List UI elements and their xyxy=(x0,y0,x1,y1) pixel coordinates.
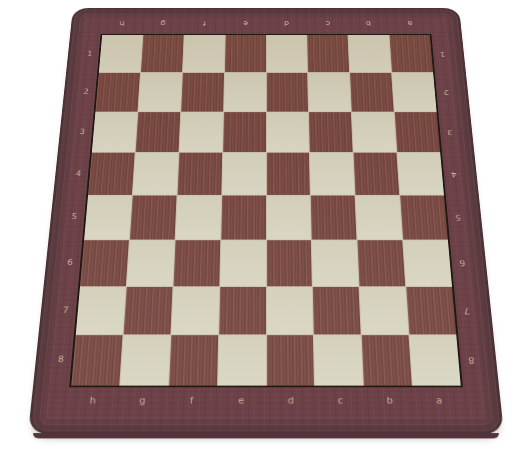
rank-label-right-6: 6 xyxy=(452,240,489,286)
square-d3[interactable] xyxy=(266,112,309,152)
square-g3[interactable] xyxy=(135,112,180,152)
rank-label-right-2: 2 xyxy=(436,73,470,112)
file-label-bottom-g: g xyxy=(117,394,167,408)
square-d8[interactable] xyxy=(266,335,314,385)
square-c2[interactable] xyxy=(308,73,351,112)
square-f7[interactable] xyxy=(171,287,219,335)
square-d7[interactable] xyxy=(266,287,313,335)
square-f4[interactable] xyxy=(177,153,222,195)
square-f6[interactable] xyxy=(173,240,220,286)
rank-label-right-7: 7 xyxy=(456,286,494,335)
square-e6[interactable] xyxy=(220,240,266,286)
rank-label-right-1: 1 xyxy=(433,35,466,73)
rank-label-left-2: 2 xyxy=(62,73,96,112)
square-d2[interactable] xyxy=(266,73,308,112)
rank-label-left-7: 7 xyxy=(38,286,76,335)
rank-label-left-8: 8 xyxy=(33,335,72,386)
rank-label-right-8: 8 xyxy=(460,335,499,386)
square-b4[interactable] xyxy=(354,153,400,195)
square-d6[interactable] xyxy=(266,240,312,286)
square-h5[interactable] xyxy=(84,196,132,240)
square-h3[interactable] xyxy=(92,112,137,152)
file-labels-near-side: hgfedcba xyxy=(67,394,464,408)
square-f8[interactable] xyxy=(169,335,218,385)
square-h8[interactable] xyxy=(71,335,122,385)
file-label-top-f: f xyxy=(184,17,225,29)
file-label-top-h: h xyxy=(101,17,143,29)
square-g6[interactable] xyxy=(127,240,175,286)
file-label-top-c: c xyxy=(307,17,348,29)
square-f3[interactable] xyxy=(179,112,223,152)
square-e1[interactable] xyxy=(225,35,266,72)
square-e4[interactable] xyxy=(222,153,266,195)
rank-label-left-4: 4 xyxy=(53,153,88,196)
square-h6[interactable] xyxy=(80,240,129,286)
square-f2[interactable] xyxy=(181,73,224,112)
square-g8[interactable] xyxy=(120,335,170,385)
rank-label-right-5: 5 xyxy=(448,195,484,239)
rank-label-right-4: 4 xyxy=(444,153,479,196)
square-c3[interactable] xyxy=(309,112,353,152)
square-b3[interactable] xyxy=(352,112,397,152)
square-g1[interactable] xyxy=(141,35,184,72)
rank-label-right-3: 3 xyxy=(440,112,474,153)
file-label-top-b: b xyxy=(348,17,390,29)
square-c5[interactable] xyxy=(311,196,357,240)
square-c4[interactable] xyxy=(310,153,355,195)
square-a8[interactable] xyxy=(410,335,461,385)
square-d4[interactable] xyxy=(266,153,310,195)
square-a6[interactable] xyxy=(403,240,452,286)
square-h1[interactable] xyxy=(99,35,143,72)
square-e8[interactable] xyxy=(218,335,266,385)
square-g5[interactable] xyxy=(130,196,177,240)
square-b8[interactable] xyxy=(362,335,412,385)
file-label-bottom-c: c xyxy=(315,394,365,408)
file-label-bottom-d: d xyxy=(266,394,316,408)
square-c6[interactable] xyxy=(312,240,359,286)
square-e5[interactable] xyxy=(221,196,266,240)
file-label-top-a: a xyxy=(389,17,431,29)
square-b5[interactable] xyxy=(356,196,403,240)
square-g7[interactable] xyxy=(123,287,172,335)
rank-label-left-6: 6 xyxy=(44,240,81,286)
square-a7[interactable] xyxy=(406,287,456,335)
square-e3[interactable] xyxy=(223,112,266,152)
square-a3[interactable] xyxy=(395,112,440,152)
chess-board: hgfedcba hgfedcba 12345678 12345678 xyxy=(28,8,504,434)
file-label-bottom-h: h xyxy=(67,394,118,408)
square-h7[interactable] xyxy=(76,287,126,335)
square-g4[interactable] xyxy=(133,153,179,195)
square-c1[interactable] xyxy=(307,35,349,72)
square-f5[interactable] xyxy=(175,196,221,240)
file-labels-far-side: hgfedcba xyxy=(101,17,431,29)
square-f1[interactable] xyxy=(183,35,225,72)
square-h4[interactable] xyxy=(88,153,134,195)
rank-label-left-3: 3 xyxy=(58,112,92,153)
square-b2[interactable] xyxy=(350,73,394,112)
square-e7[interactable] xyxy=(219,287,266,335)
file-label-bottom-b: b xyxy=(365,394,415,408)
square-a2[interactable] xyxy=(392,73,436,112)
square-c7[interactable] xyxy=(313,287,361,335)
square-b6[interactable] xyxy=(358,240,406,286)
square-a5[interactable] xyxy=(400,196,448,240)
square-c8[interactable] xyxy=(314,335,363,385)
rank-label-left-5: 5 xyxy=(48,195,84,239)
square-a4[interactable] xyxy=(397,153,443,195)
file-label-top-e: e xyxy=(225,17,266,29)
square-a1[interactable] xyxy=(390,35,434,72)
file-label-top-d: d xyxy=(266,17,307,29)
square-h2[interactable] xyxy=(95,73,139,112)
square-e2[interactable] xyxy=(224,73,266,112)
square-g2[interactable] xyxy=(138,73,182,112)
board-squares-grid xyxy=(69,34,463,388)
square-d1[interactable] xyxy=(266,35,307,72)
file-label-bottom-f: f xyxy=(167,394,217,408)
square-b1[interactable] xyxy=(349,35,392,72)
rank-label-left-1: 1 xyxy=(66,35,99,73)
chessboard-photo: hgfedcba hgfedcba 12345678 12345678 xyxy=(0,0,532,450)
file-label-bottom-e: e xyxy=(216,394,266,408)
square-b7[interactable] xyxy=(360,287,409,335)
file-label-top-g: g xyxy=(142,17,184,29)
square-d5[interactable] xyxy=(266,196,311,240)
file-label-bottom-a: a xyxy=(414,394,465,408)
